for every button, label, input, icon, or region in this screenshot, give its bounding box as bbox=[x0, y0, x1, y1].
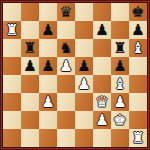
piece-black-queen-d8[interactable]: ♛ bbox=[57, 3, 75, 21]
piece-white-pawn-c3[interactable]: ♟ bbox=[39, 93, 57, 111]
square-g5[interactable]: ♟ bbox=[111, 57, 129, 75]
square-f7[interactable]: ♟ bbox=[93, 21, 111, 39]
piece-white-king-g2[interactable]: ♚ bbox=[111, 111, 129, 129]
square-h1[interactable]: ♜ bbox=[129, 129, 147, 147]
piece-black-rook-g6[interactable]: ♜ bbox=[111, 39, 129, 57]
square-c8[interactable] bbox=[39, 3, 57, 21]
piece-black-pawn-h7[interactable]: ♟ bbox=[129, 21, 147, 39]
square-f6[interactable] bbox=[93, 39, 111, 57]
square-g3[interactable]: ♟ bbox=[111, 93, 129, 111]
square-a2[interactable] bbox=[3, 111, 21, 129]
piece-black-rook-b6[interactable]: ♜ bbox=[21, 39, 39, 57]
square-a7[interactable]: ♜ bbox=[3, 21, 21, 39]
piece-white-pawn-f2[interactable]: ♟ bbox=[93, 111, 111, 129]
square-f2[interactable]: ♟ bbox=[93, 111, 111, 129]
square-a4[interactable] bbox=[3, 75, 21, 93]
square-d1[interactable] bbox=[57, 129, 75, 147]
square-d2[interactable] bbox=[57, 111, 75, 129]
square-g7[interactable] bbox=[111, 21, 129, 39]
square-h3[interactable] bbox=[129, 93, 147, 111]
square-c3[interactable]: ♟ bbox=[39, 93, 57, 111]
square-a5[interactable] bbox=[3, 57, 21, 75]
square-g2[interactable]: ♚ bbox=[111, 111, 129, 129]
square-b2[interactable] bbox=[21, 111, 39, 129]
square-c7[interactable]: ♟ bbox=[39, 21, 57, 39]
square-b4[interactable] bbox=[21, 75, 39, 93]
square-d5[interactable]: ♟ bbox=[57, 57, 75, 75]
square-e4[interactable]: ♟ bbox=[75, 75, 93, 93]
square-b7[interactable] bbox=[21, 21, 39, 39]
chess-board: ♛♚♜♟♟♟♜♞♜♝♟♟♟♟♟♟♝♟♛♟♟♚♜ bbox=[3, 3, 147, 147]
square-h5[interactable] bbox=[129, 57, 147, 75]
piece-white-bishop-g4[interactable]: ♝ bbox=[111, 75, 129, 93]
square-c1[interactable] bbox=[39, 129, 57, 147]
square-g8[interactable] bbox=[111, 3, 129, 21]
square-f8[interactable] bbox=[93, 3, 111, 21]
square-b5[interactable]: ♟ bbox=[21, 57, 39, 75]
square-a8[interactable] bbox=[3, 3, 21, 21]
square-e6[interactable] bbox=[75, 39, 93, 57]
piece-white-bishop-h6[interactable]: ♝ bbox=[129, 39, 147, 57]
square-f3[interactable]: ♛ bbox=[93, 93, 111, 111]
square-h7[interactable]: ♟ bbox=[129, 21, 147, 39]
square-f1[interactable] bbox=[93, 129, 111, 147]
square-h2[interactable] bbox=[129, 111, 147, 129]
square-d6[interactable]: ♞ bbox=[57, 39, 75, 57]
piece-white-rook-a7[interactable]: ♜ bbox=[3, 21, 21, 39]
piece-black-knight-d6[interactable]: ♞ bbox=[57, 39, 75, 57]
square-g4[interactable]: ♝ bbox=[111, 75, 129, 93]
piece-black-pawn-f7[interactable]: ♟ bbox=[93, 21, 111, 39]
square-h6[interactable]: ♝ bbox=[129, 39, 147, 57]
square-g1[interactable] bbox=[111, 129, 129, 147]
square-a3[interactable] bbox=[3, 93, 21, 111]
piece-white-pawn-d5[interactable]: ♟ bbox=[57, 57, 75, 75]
square-d7[interactable] bbox=[57, 21, 75, 39]
square-a6[interactable] bbox=[3, 39, 21, 57]
square-c2[interactable] bbox=[39, 111, 57, 129]
piece-black-pawn-c7[interactable]: ♟ bbox=[39, 21, 57, 39]
square-e5[interactable]: ♟ bbox=[75, 57, 93, 75]
piece-white-rook-h1[interactable]: ♜ bbox=[129, 129, 147, 147]
piece-white-pawn-e4[interactable]: ♟ bbox=[75, 75, 93, 93]
piece-black-pawn-e5[interactable]: ♟ bbox=[75, 57, 93, 75]
square-e3[interactable] bbox=[75, 93, 93, 111]
piece-white-queen-f3[interactable]: ♛ bbox=[93, 93, 111, 111]
square-f5[interactable] bbox=[93, 57, 111, 75]
board-frame: ♛♚♜♟♟♟♜♞♜♝♟♟♟♟♟♟♝♟♛♟♟♚♜ bbox=[0, 0, 150, 150]
square-a1[interactable] bbox=[3, 129, 21, 147]
square-e1[interactable] bbox=[75, 129, 93, 147]
piece-black-king-h8[interactable]: ♚ bbox=[129, 3, 147, 21]
square-b1[interactable] bbox=[21, 129, 39, 147]
square-f4[interactable] bbox=[93, 75, 111, 93]
square-c4[interactable] bbox=[39, 75, 57, 93]
piece-black-pawn-g5[interactable]: ♟ bbox=[111, 57, 129, 75]
square-b3[interactable] bbox=[21, 93, 39, 111]
square-h4[interactable] bbox=[129, 75, 147, 93]
square-e7[interactable] bbox=[75, 21, 93, 39]
square-d4[interactable] bbox=[57, 75, 75, 93]
square-d3[interactable] bbox=[57, 93, 75, 111]
square-c6[interactable] bbox=[39, 39, 57, 57]
square-b6[interactable]: ♜ bbox=[21, 39, 39, 57]
square-d8[interactable]: ♛ bbox=[57, 3, 75, 21]
square-h8[interactable]: ♚ bbox=[129, 3, 147, 21]
square-b8[interactable] bbox=[21, 3, 39, 21]
piece-black-pawn-c5[interactable]: ♟ bbox=[39, 57, 57, 75]
square-e2[interactable] bbox=[75, 111, 93, 129]
piece-white-pawn-g3[interactable]: ♟ bbox=[111, 93, 129, 111]
square-e8[interactable] bbox=[75, 3, 93, 21]
square-c5[interactable]: ♟ bbox=[39, 57, 57, 75]
piece-black-pawn-b5[interactable]: ♟ bbox=[21, 57, 39, 75]
square-g6[interactable]: ♜ bbox=[111, 39, 129, 57]
